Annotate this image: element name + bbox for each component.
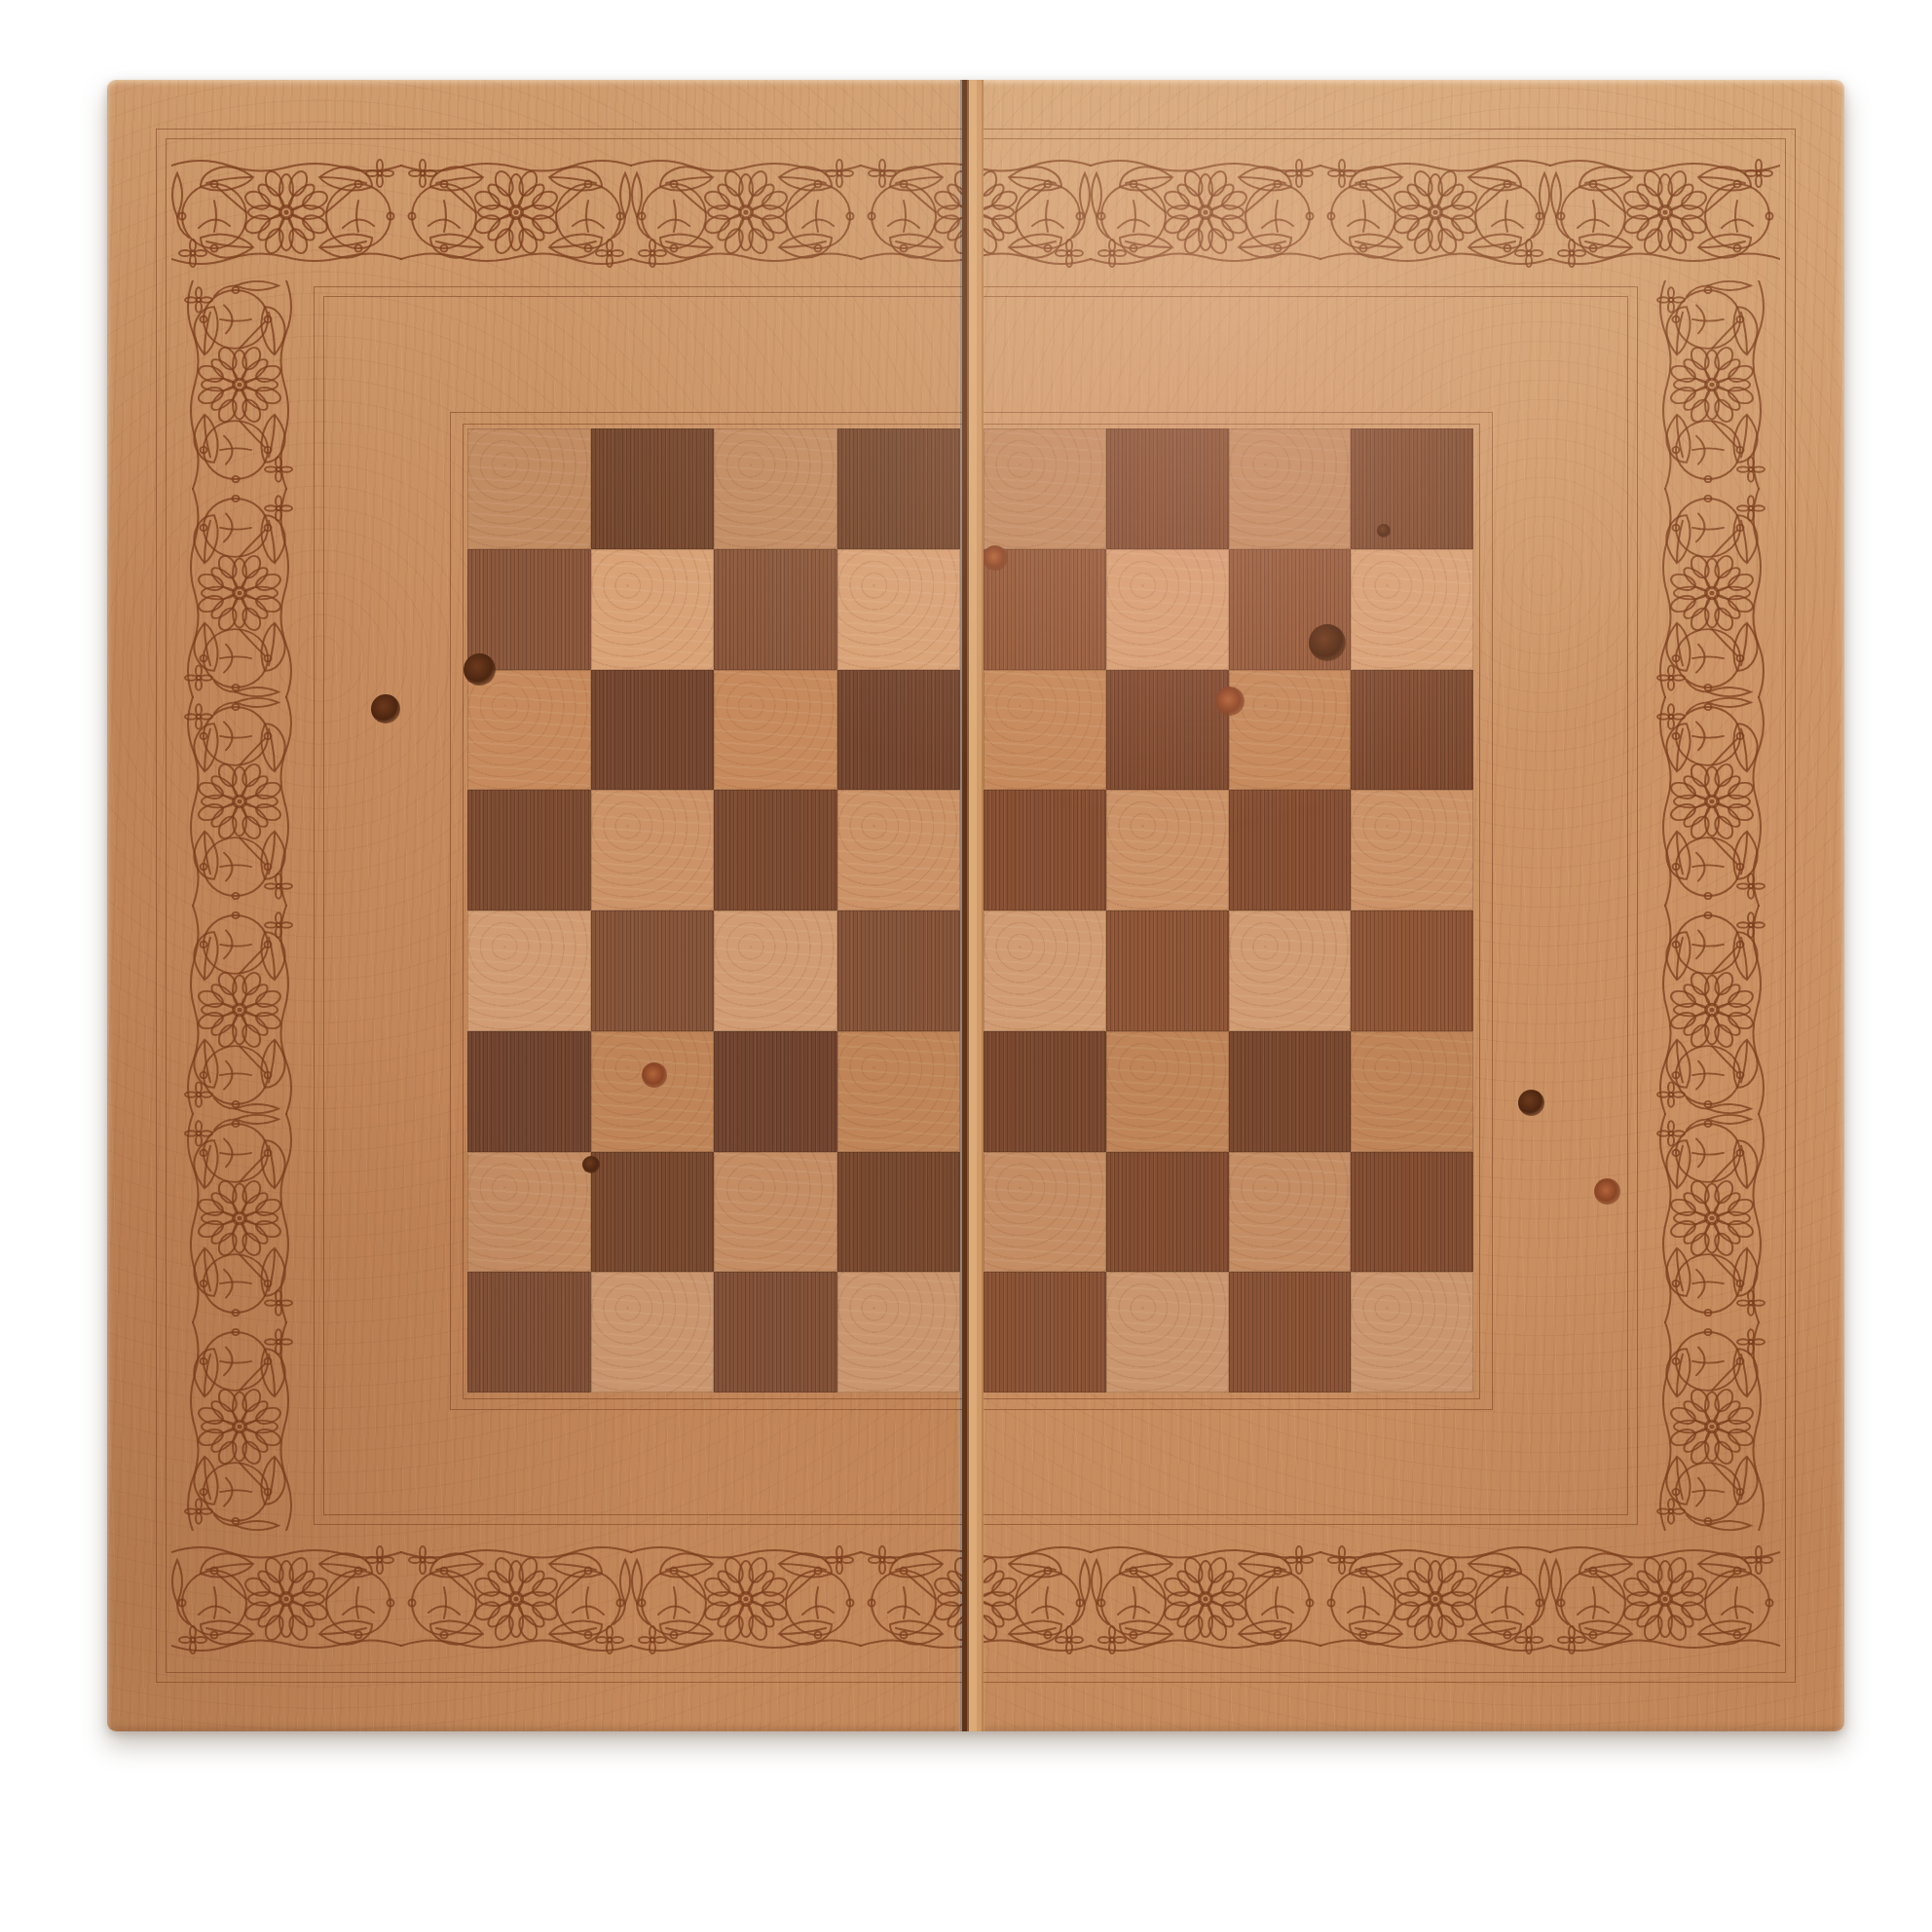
square-d1[interactable]: [837, 1272, 961, 1393]
floral-motif-icon: [401, 1546, 631, 1653]
square-f2[interactable]: [1106, 1152, 1229, 1273]
square-e2[interactable]: [984, 1152, 1106, 1273]
square-d4[interactable]: [837, 910, 961, 1031]
square-f7[interactable]: [1106, 549, 1229, 670]
square-f6[interactable]: [1106, 670, 1229, 791]
square-d7[interactable]: [837, 549, 961, 670]
floral-motif-icon: [1657, 1114, 1765, 1322]
square-h5[interactable]: [1351, 790, 1473, 910]
square-h2[interactable]: [1351, 1152, 1473, 1273]
square-a7[interactable]: [467, 549, 591, 670]
floral-motif-icon: [631, 1546, 861, 1653]
square-h3[interactable]: [1351, 1031, 1473, 1152]
square-d3[interactable]: [837, 1031, 961, 1152]
square-g2[interactable]: [1229, 1152, 1352, 1273]
floral-motif-icon: [185, 906, 292, 1114]
square-g4[interactable]: [1229, 910, 1352, 1031]
floral-motif-icon: [1091, 160, 1320, 267]
photo-canvas: [0, 0, 1932, 1932]
floral-motif-icon: [185, 1114, 292, 1322]
square-b1[interactable]: [591, 1272, 715, 1393]
floral-motif-icon: [1657, 906, 1765, 1114]
square-c5[interactable]: [714, 790, 837, 910]
floral-motif-icon: [1320, 160, 1550, 267]
square-c3[interactable]: [714, 1031, 837, 1152]
square-a6[interactable]: [467, 670, 591, 791]
square-a4[interactable]: [467, 910, 591, 1031]
square-a1[interactable]: [467, 1272, 591, 1393]
square-b2[interactable]: [591, 1152, 715, 1273]
square-g8[interactable]: [1229, 428, 1352, 549]
square-c1[interactable]: [714, 1272, 837, 1393]
fold-seam: [960, 80, 984, 1731]
floral-motif-icon: [171, 160, 401, 267]
square-e1[interactable]: [984, 1272, 1106, 1393]
square-g5[interactable]: [1229, 790, 1352, 910]
floral-motif-icon: [1657, 280, 1765, 489]
square-c8[interactable]: [714, 428, 837, 549]
square-c6[interactable]: [714, 670, 837, 791]
floral-motif-icon: [185, 280, 292, 489]
square-f8[interactable]: [1106, 428, 1229, 549]
square-e7[interactable]: [984, 549, 1106, 670]
square-c7[interactable]: [714, 549, 837, 670]
square-f4[interactable]: [1106, 910, 1229, 1031]
square-e6[interactable]: [984, 670, 1106, 791]
square-h6[interactable]: [1351, 670, 1473, 791]
square-d2[interactable]: [837, 1152, 961, 1273]
floral-border-right: [1644, 280, 1780, 1531]
floral-motif-icon: [401, 160, 631, 267]
floral-motif-icon: [1550, 1546, 1780, 1653]
square-h1[interactable]: [1351, 1272, 1473, 1393]
floral-motif-icon: [185, 697, 292, 906]
floral-motif-icon: [1657, 697, 1765, 906]
checkerboard-right-half: [984, 428, 1473, 1393]
square-g1[interactable]: [1229, 1272, 1352, 1393]
square-h7[interactable]: [1351, 549, 1473, 670]
square-f1[interactable]: [1106, 1272, 1229, 1393]
floral-motif-icon: [171, 1546, 401, 1653]
square-d8[interactable]: [837, 428, 961, 549]
square-b7[interactable]: [591, 549, 715, 670]
square-e5[interactable]: [984, 790, 1106, 910]
square-g3[interactable]: [1229, 1031, 1352, 1152]
floral-motif-icon: [185, 489, 292, 697]
checkerboard-left-half: [467, 428, 960, 1393]
square-b4[interactable]: [591, 910, 715, 1031]
square-b8[interactable]: [591, 428, 715, 549]
floral-motif-icon: [1550, 160, 1780, 267]
floral-motif-icon: [185, 1322, 292, 1531]
floral-motif-icon: [631, 160, 861, 267]
square-a5[interactable]: [467, 790, 591, 910]
square-a2[interactable]: [467, 1152, 591, 1273]
square-b3[interactable]: [591, 1031, 715, 1152]
square-f5[interactable]: [1106, 790, 1229, 910]
floral-motif-icon: [1657, 489, 1765, 697]
floral-motif-icon: [1657, 1322, 1765, 1531]
square-c2[interactable]: [714, 1152, 837, 1273]
square-a3[interactable]: [467, 1031, 591, 1152]
square-b5[interactable]: [591, 790, 715, 910]
square-f3[interactable]: [1106, 1031, 1229, 1152]
floral-motif-icon: [1091, 1546, 1320, 1653]
square-g6[interactable]: [1229, 670, 1352, 791]
floral-border-left: [171, 280, 308, 1531]
chess-board: [107, 80, 1844, 1731]
square-h4[interactable]: [1351, 910, 1473, 1031]
square-a8[interactable]: [467, 428, 591, 549]
square-d5[interactable]: [837, 790, 961, 910]
floral-motif-icon: [1320, 1546, 1550, 1653]
square-b6[interactable]: [591, 670, 715, 791]
square-e8[interactable]: [984, 428, 1106, 549]
square-e3[interactable]: [984, 1031, 1106, 1152]
square-e4[interactable]: [984, 910, 1106, 1031]
square-c4[interactable]: [714, 910, 837, 1031]
square-d6[interactable]: [837, 670, 961, 791]
square-h8[interactable]: [1351, 428, 1473, 549]
square-g7[interactable]: [1229, 549, 1352, 670]
